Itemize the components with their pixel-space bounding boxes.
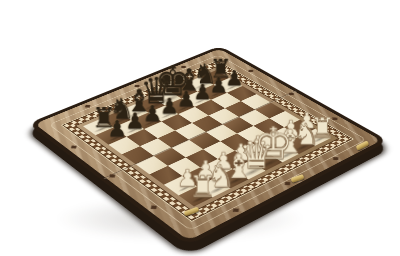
diamond-inlay-icon	[285, 182, 291, 185]
diamond-inlay-icon	[85, 105, 91, 108]
photo-scene: ♜♞♝♛♚♝♞♜♟♟♟♟♟♟♟♟♟♟♟♟♟♟♟♟♜♞♝♛♚♝♞♜	[0, 0, 400, 256]
diamond-inlay-icon	[248, 70, 253, 72]
piece-shadow	[297, 127, 311, 134]
